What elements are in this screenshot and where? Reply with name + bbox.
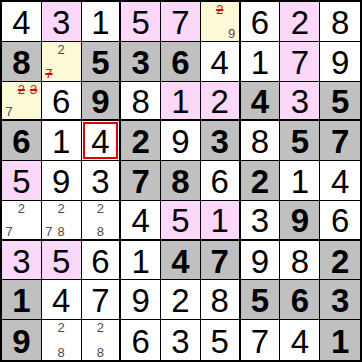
candidate-8: 8 [55,346,67,359]
digit: 8 [132,85,150,118]
digit: 8 [171,165,189,198]
digit: 3 [52,6,70,39]
cell-r1c3[interactable]: 1 [82,2,122,42]
digit: 8 [331,6,349,39]
digit: 4 [171,245,189,278]
digit: 2 [171,284,189,317]
pencil-marks: 28 [42,320,81,360]
digit: 5 [211,325,229,358]
cell-r9c4[interactable]: 6 [121,320,161,360]
cell-r8c1[interactable]: 1 [2,280,42,320]
digit: 7 [291,46,309,79]
digit: 4 [251,85,269,118]
digit: 4 [91,125,109,158]
cell-r2c3[interactable]: 5 [82,42,122,82]
digit: 9 [291,204,309,237]
digit: 1 [211,204,229,237]
candidate-2: 2 [94,202,106,215]
cell-r6c3[interactable]: 28 [82,201,122,241]
candidate-7: 7 [43,225,55,238]
digit: 9 [171,125,189,158]
cell-r8c5[interactable]: 2 [161,280,201,320]
candidate-8: 8 [94,346,106,359]
digit: 6 [12,125,30,158]
cell-r7c9[interactable]: 2 [320,241,360,281]
digit: 5 [291,125,309,158]
candidate-9: 9 [226,27,238,40]
candidate-2: 2 [55,321,67,334]
pencil-marks: 29 [201,2,239,41]
cell-r5c8[interactable]: 1 [280,161,320,201]
cell-r1c9[interactable]: 8 [320,2,360,42]
cell-r3c7[interactable]: 4 [241,82,281,122]
digit: 6 [52,85,70,118]
cell-r4c2[interactable]: 1 [42,121,82,161]
cell-r2c1[interactable]: 8 [2,42,42,82]
cell-r3c2[interactable]: 6 [42,82,82,122]
digit: 7 [171,6,189,39]
cell-r6c8[interactable]: 9 [280,201,320,241]
cell-r7c6[interactable]: 7 [201,241,241,281]
digit: 4 [132,204,150,237]
cell-r8c7[interactable]: 5 [241,280,281,320]
digit: 6 [91,245,109,278]
cell-r7c8[interactable]: 8 [280,241,320,281]
cell-r3c1[interactable]: 237 [2,82,42,122]
cell-r9c5[interactable]: 3 [161,320,201,360]
pencil-marks: 237 [2,82,41,120]
digit: 9 [331,46,349,79]
digit: 8 [291,245,309,278]
digit: 5 [132,6,150,39]
digit: 1 [251,46,269,79]
cell-r7c3[interactable]: 6 [82,241,122,281]
digit: 2 [291,6,309,39]
digit: 3 [132,46,150,79]
cell-r1c8[interactable]: 2 [280,2,320,42]
pencil-marks: 27 [2,201,41,239]
cell-r5c4[interactable]: 7 [121,161,161,201]
cell-r3c9[interactable]: 5 [320,82,360,122]
cell-r9c3[interactable]: 28 [82,320,122,360]
digit: 9 [52,165,70,198]
cell-r9c9[interactable]: 1 [320,320,360,360]
cell-r2c2[interactable]: 27 [42,42,82,82]
cell-r2c7[interactable]: 1 [241,42,281,82]
digit: 2 [331,245,349,278]
digit: 7 [331,125,349,158]
cell-r6c7[interactable]: 3 [241,201,281,241]
cell-r6c6[interactable]: 1 [201,201,241,241]
candidate-8: 8 [94,225,106,238]
cell-r5c1[interactable]: 5 [2,161,42,201]
digit: 1 [12,284,30,317]
digit: 8 [211,284,229,317]
cell-r9c6[interactable]: 5 [201,320,241,360]
cell-r2c9[interactable]: 9 [320,42,360,82]
digit: 6 [211,165,229,198]
cell-r4c5[interactable]: 9 [161,121,201,161]
digit: 5 [12,165,30,198]
pencil-marks: 28 [82,320,120,360]
digit: 3 [291,85,309,118]
sudoku-board: 4315729628827536417923769812435614293857… [0,0,362,362]
digit: 5 [251,284,269,317]
cell-r9c1[interactable]: 9 [2,320,42,360]
cell-r4c6[interactable]: 3 [201,121,241,161]
cell-r1c1[interactable]: 4 [2,2,42,42]
cell-r8c2[interactable]: 4 [42,280,82,320]
digit: 6 [291,284,309,317]
cell-r6c9[interactable]: 6 [320,201,360,241]
digit: 4 [211,46,229,79]
digit: 2 [132,125,150,158]
digit: 1 [52,125,70,158]
digit: 9 [91,85,109,118]
digit: 5 [91,46,109,79]
cell-r2c5[interactable]: 6 [161,42,201,82]
candidate-8: 8 [55,225,67,238]
cell-r6c5[interactable]: 5 [161,201,201,241]
digit: 6 [171,46,189,79]
cell-r7c2[interactable]: 5 [42,241,82,281]
digit: 3 [331,284,349,317]
candidate-7: 7 [3,225,15,238]
cell-r6c2[interactable]: 278 [42,201,82,241]
cell-r1c4[interactable]: 5 [121,2,161,42]
cell-r9c8[interactable]: 4 [280,320,320,360]
candidate-2-struck: 2 [214,3,226,16]
cell-r1c2[interactable]: 3 [42,2,82,42]
digit: 1 [331,325,349,358]
pencil-marks: 28 [82,201,120,239]
digit: 1 [291,165,309,198]
cell-r4c9[interactable]: 7 [320,121,360,161]
digit: 3 [12,245,30,278]
digit: 5 [52,245,70,278]
pencil-marks: 278 [42,201,81,239]
cell-r1c7[interactable]: 6 [241,2,281,42]
digit: 5 [171,204,189,237]
digit: 1 [91,6,109,39]
cell-r8c9[interactable]: 3 [320,280,360,320]
candidate-3-struck: 3 [28,83,40,96]
digit: 9 [132,284,150,317]
cell-r5c3[interactable]: 3 [82,161,122,201]
cell-r2c6[interactable]: 4 [201,42,241,82]
digit: 6 [251,6,269,39]
digit: 7 [251,325,269,358]
digit: 6 [132,325,150,358]
digit: 2 [211,85,229,118]
cell-r8c6[interactable]: 8 [201,280,241,320]
digit: 3 [91,165,109,198]
cell-r5c6[interactable]: 6 [201,161,241,201]
cell-r4c3[interactable]: 4 [82,121,122,161]
digit: 3 [171,325,189,358]
cell-r3c8[interactable]: 3 [280,82,320,122]
digit: 6 [331,204,349,237]
cell-r2c8[interactable]: 7 [280,42,320,82]
digit: 8 [251,125,269,158]
candidate-7: 7 [3,105,15,118]
digit: 4 [12,6,30,39]
cell-r5c5[interactable]: 8 [161,161,201,201]
cell-r6c1[interactable]: 27 [2,201,42,241]
cell-r8c8[interactable]: 6 [280,280,320,320]
cell-r5c7[interactable]: 2 [241,161,281,201]
digit: 4 [291,325,309,358]
cell-r7c5[interactable]: 4 [161,241,201,281]
cell-r7c4[interactable]: 1 [121,241,161,281]
digit: 3 [211,125,229,158]
candidate-2: 2 [94,321,106,334]
digit: 3 [251,204,269,237]
digit: 4 [331,165,349,198]
cell-r9c2[interactable]: 28 [42,320,82,360]
cell-r5c9[interactable]: 4 [320,161,360,201]
candidate-2: 2 [15,202,27,215]
cell-r4c4[interactable]: 2 [121,121,161,161]
digit: 7 [91,284,109,317]
digit: 4 [52,284,70,317]
cell-r4c1[interactable]: 6 [2,121,42,161]
digit: 2 [251,165,269,198]
candidate-7-struck: 7 [43,67,55,80]
cell-r5c2[interactable]: 9 [42,161,82,201]
digit: 1 [132,245,150,278]
cell-r1c6[interactable]: 29 [201,2,241,42]
digit: 9 [12,325,30,358]
cell-r7c7[interactable]: 9 [241,241,281,281]
cell-r3c5[interactable]: 1 [161,82,201,122]
digit: 5 [331,85,349,118]
cell-r1c5[interactable]: 7 [161,2,201,42]
cell-r8c4[interactable]: 9 [121,280,161,320]
cell-r3c3[interactable]: 9 [82,82,122,122]
digit: 9 [251,245,269,278]
candidate-2: 2 [55,202,67,215]
cell-r2c4[interactable]: 3 [121,42,161,82]
cell-r4c8[interactable]: 5 [280,121,320,161]
candidate-2-struck: 2 [15,83,27,96]
digit: 7 [211,245,229,278]
digit: 8 [12,46,30,79]
cell-r6c4[interactable]: 4 [121,201,161,241]
digit: 1 [171,85,189,118]
cell-r7c1[interactable]: 3 [2,241,42,281]
cell-r3c4[interactable]: 8 [121,82,161,122]
cell-r4c7[interactable]: 8 [241,121,281,161]
cell-r8c3[interactable]: 7 [82,280,122,320]
candidate-2: 2 [55,43,67,56]
cell-r3c6[interactable]: 2 [201,82,241,122]
digit: 7 [132,165,150,198]
cell-r9c7[interactable]: 7 [241,320,281,360]
pencil-marks: 27 [42,42,81,81]
